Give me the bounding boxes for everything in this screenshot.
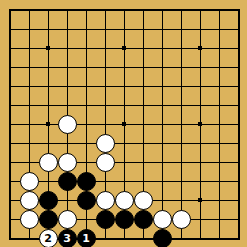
board-cell [87,11,105,29]
board-cell [49,87,67,105]
board-cell [11,106,29,124]
board-cell [163,163,181,181]
board-cell [182,11,200,29]
board-cell [125,144,143,162]
board-cell [125,163,143,181]
black-stone-move-1: 1 [77,229,96,247]
board-cell [30,125,48,143]
board-cell [87,49,105,67]
black-stone [39,191,58,210]
board-cell [125,49,143,67]
board-cell [11,49,29,67]
board-cell [201,87,219,105]
board-cell [11,87,29,105]
board-cell [144,49,162,67]
hoshi-point [198,198,202,202]
board-cell [201,220,219,238]
board-cell [125,125,143,143]
board-cell [144,87,162,105]
board-cell [220,220,238,238]
board-cell [201,163,219,181]
board-cell [201,30,219,48]
board-cell [220,201,238,219]
black-stone-move-3: 3 [58,229,77,247]
board-cell [125,106,143,124]
board-cell [11,30,29,48]
board-cell [220,68,238,86]
board-cell [106,87,124,105]
board-cell [125,68,143,86]
board-cell [49,49,67,67]
board-cell [87,68,105,86]
board-cell [11,125,29,143]
board-cell [30,11,48,29]
board-cell [30,49,48,67]
board-cell [220,163,238,181]
board-cell [182,87,200,105]
board-cell [220,49,238,67]
board-cell [163,182,181,200]
board-cell [30,87,48,105]
board-cell [144,144,162,162]
white-stone [39,153,58,172]
black-stone [115,210,134,229]
board-cell [11,11,29,29]
board-cell [144,163,162,181]
board-cell [125,11,143,29]
board-cell [201,68,219,86]
white-stone [58,210,77,229]
board-cell [201,106,219,124]
board-cell [163,125,181,143]
board-cell [144,125,162,143]
white-stone [172,210,191,229]
board-cell [11,144,29,162]
hoshi-point [46,46,50,50]
board-cell [182,163,200,181]
board-cell [201,201,219,219]
white-stone [96,153,115,172]
hoshi-point [46,122,50,126]
board-cell [49,11,67,29]
black-stone [153,229,172,247]
go-diagram: 231 [0,0,247,247]
black-stone [39,210,58,229]
board-cell [163,11,181,29]
board-cell [125,30,143,48]
white-stone [20,191,39,210]
black-stone [96,210,115,229]
board-cell [144,11,162,29]
board-cell [68,68,86,86]
board-cell [220,30,238,48]
white-stone [153,210,172,229]
board-cell [182,68,200,86]
board-cell [49,30,67,48]
board-cell [106,11,124,29]
board-cell [68,87,86,105]
board-cell [144,106,162,124]
board-cell [201,11,219,29]
board-cell [220,182,238,200]
white-stone [134,191,153,210]
board-cell [87,30,105,48]
board-cell [68,11,86,29]
board-cell [163,144,181,162]
hoshi-point [122,46,126,50]
board-cell [163,106,181,124]
white-stone [20,210,39,229]
board-cell [163,68,181,86]
board-cell [49,68,67,86]
hoshi-point [122,122,126,126]
board-cell [163,87,181,105]
board-cell [201,125,219,143]
white-stone [20,172,39,191]
board-cell [163,30,181,48]
board-cell [220,106,238,124]
black-stone [58,172,77,191]
board-cell [87,106,105,124]
board-cell [68,49,86,67]
board-cell [201,144,219,162]
board-cell [106,49,124,67]
white-stone-move-2: 2 [39,229,58,247]
board-cell [220,87,238,105]
board-cell [201,49,219,67]
board-cell [87,87,105,105]
board-cell [106,68,124,86]
white-stone [96,134,115,153]
white-stone [115,191,134,210]
hoshi-point [198,46,202,50]
board-cell [163,49,181,67]
board-cell [220,125,238,143]
black-stone [134,210,153,229]
hoshi-point [198,122,202,126]
board-cell [220,11,238,29]
board-cell [182,144,200,162]
board-cell [182,49,200,67]
board-cell [68,30,86,48]
board-cell [125,87,143,105]
white-stone [58,115,77,134]
board-cell [201,182,219,200]
black-stone [77,172,96,191]
white-stone [58,153,77,172]
board-cell [182,125,200,143]
black-stone [77,191,96,210]
board-cell [220,144,238,162]
board-cell [11,68,29,86]
board-cell [144,68,162,86]
board-cell [30,68,48,86]
white-stone [96,191,115,210]
board-cell [144,30,162,48]
